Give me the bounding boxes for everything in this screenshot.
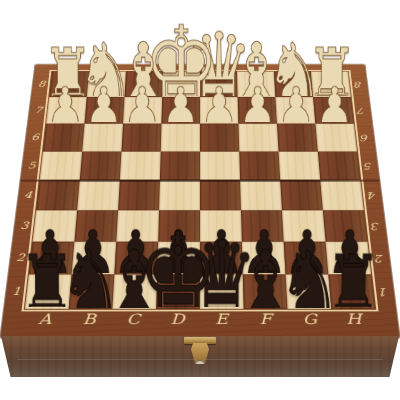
file-label-d: D — [156, 311, 200, 326]
square-f5[interactable] — [239, 151, 280, 180]
piece-white-pawn[interactable]: ♟ — [46, 91, 84, 122]
file-label-h: H — [332, 311, 378, 326]
rank-label-right-5: 5 — [359, 160, 378, 172]
piece-black-knight[interactable]: ♞ — [278, 256, 341, 307]
square-g5[interactable] — [279, 151, 321, 180]
square-f6[interactable] — [238, 124, 278, 152]
square-d7[interactable]: ♟ — [162, 97, 200, 124]
chess-board: ♜♞♝♚♛♝♞♜♟♟♟♟♟♟♟♟♟♟♟♟♟♟♟♟♜♞♝♚♛♝♞♜ 8765432… — [0, 64, 399, 337]
rank-label-right-7: 7 — [353, 105, 371, 116]
chess-set-photo: ♜♞♝♚♛♝♞♜♟♟♟♟♟♟♟♟♟♟♟♟♟♟♟♟♜♞♝♚♛♝♞♜ 8765432… — [0, 0, 400, 400]
latch-hole — [196, 360, 204, 367]
rank-label-left-7: 7 — [30, 105, 48, 116]
square-a6[interactable] — [43, 124, 85, 152]
piece-white-pawn[interactable]: ♟ — [316, 91, 354, 122]
rank-label-right-6: 6 — [356, 131, 374, 143]
square-f7[interactable]: ♟ — [238, 97, 277, 124]
rank-label-left-6: 6 — [26, 131, 44, 143]
square-a5[interactable] — [40, 151, 83, 180]
piece-white-pawn[interactable]: ♟ — [85, 91, 123, 122]
square-d5[interactable] — [160, 151, 200, 180]
file-label-g: G — [288, 311, 333, 326]
file-label-e: E — [200, 311, 244, 326]
square-e5[interactable] — [200, 151, 240, 180]
square-e6[interactable] — [200, 124, 239, 152]
latch-plate — [184, 337, 216, 344]
square-g6[interactable] — [277, 124, 318, 152]
piece-black-bishop[interactable]: ♝ — [103, 256, 166, 307]
square-h5[interactable] — [318, 151, 361, 180]
board-field: ♜♞♝♚♛♝♞♜♟♟♟♟♟♟♟♟♟♟♟♟♟♟♟♟♜♞♝♚♛♝♞♜ — [25, 72, 375, 309]
square-g4[interactable] — [280, 180, 323, 210]
square-d6[interactable] — [161, 124, 200, 152]
square-h6[interactable] — [315, 124, 357, 152]
piece-white-pawn[interactable]: ♟ — [277, 91, 315, 122]
piece-white-pawn[interactable]: ♟ — [123, 91, 161, 122]
square-d4[interactable] — [159, 180, 200, 210]
piece-white-pawn[interactable]: ♟ — [239, 91, 277, 122]
square-h4[interactable] — [320, 180, 364, 210]
square-c6[interactable] — [121, 124, 161, 152]
square-b6[interactable] — [82, 124, 123, 152]
file-label-b: B — [67, 311, 112, 326]
rank-label-right-4: 4 — [362, 189, 381, 202]
square-a7[interactable]: ♟ — [46, 97, 87, 124]
piece-white-pawn[interactable]: ♟ — [200, 91, 238, 122]
square-g7[interactable]: ♟ — [275, 97, 315, 124]
rank-label-left-4: 4 — [19, 189, 38, 202]
square-e4[interactable] — [200, 180, 241, 210]
square-c4[interactable] — [118, 180, 160, 210]
square-e7[interactable]: ♟ — [200, 97, 238, 124]
piece-white-pawn[interactable]: ♟ — [162, 91, 200, 122]
square-c1[interactable]: ♝ — [112, 275, 157, 309]
square-b7[interactable]: ♟ — [85, 97, 125, 124]
square-c5[interactable] — [120, 151, 161, 180]
square-c7[interactable]: ♟ — [123, 97, 162, 124]
brass-latch-icon — [182, 334, 218, 376]
square-b5[interactable] — [80, 151, 122, 180]
rank-label-left-5: 5 — [23, 160, 42, 172]
file-label-a: A — [23, 311, 69, 326]
square-a4[interactable] — [36, 180, 80, 210]
square-b4[interactable] — [77, 180, 120, 210]
square-f4[interactable] — [240, 180, 282, 210]
square-g1[interactable]: ♞ — [286, 275, 332, 309]
latch-hasp — [191, 343, 209, 364]
board-fold-line — [20, 180, 379, 182]
square-h7[interactable]: ♟ — [313, 97, 354, 124]
file-label-c: C — [111, 311, 156, 326]
file-label-f: F — [244, 311, 289, 326]
